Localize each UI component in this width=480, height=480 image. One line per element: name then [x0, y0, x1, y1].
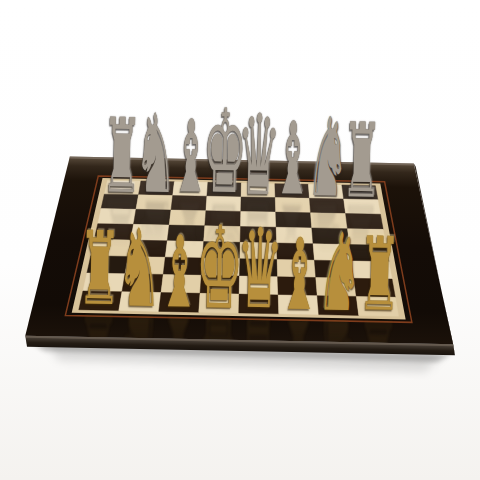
square-f2[interactable]: [277, 277, 317, 296]
square-h2[interactable]: [353, 278, 395, 297]
square-b1[interactable]: [119, 292, 161, 312]
square-g2[interactable]: [315, 278, 356, 297]
board-gloss-sheen: [91, 180, 389, 258]
square-a1[interactable]: [79, 291, 122, 311]
square-g1[interactable]: [317, 296, 359, 316]
square-d1[interactable]: [199, 293, 239, 313]
square-e1[interactable]: [239, 294, 279, 314]
square-d2[interactable]: [200, 275, 239, 294]
square-d3[interactable]: [201, 258, 239, 276]
square-e2[interactable]: [239, 276, 278, 295]
square-e3[interactable]: [239, 259, 277, 277]
square-a2[interactable]: [83, 273, 125, 292]
square-f1[interactable]: [278, 295, 319, 315]
square-c1[interactable]: [159, 292, 200, 312]
square-h1[interactable]: [356, 296, 399, 316]
square-a3[interactable]: [87, 256, 128, 274]
chess-board: [0, 0, 480, 480]
square-f3[interactable]: [277, 259, 316, 277]
board-tilt-group: ♜♞♝♚♛♝♞♜♜♞♝♚♛♝♞♜ ♜♞♝♚♛♝♞♜♜♞♝♚♛♝♞♜: [0, 0, 480, 480]
square-c2[interactable]: [161, 274, 201, 293]
square-b2[interactable]: [122, 274, 163, 293]
product-photo-scene: ♜♞♝♚♛♝♞♜♜♞♝♚♛♝♞♜ ♜♞♝♚♛♝♞♜♜♞♝♚♛♝♞♜: [0, 0, 480, 480]
square-g3[interactable]: [314, 260, 354, 278]
square-h3[interactable]: [351, 261, 392, 279]
square-b3[interactable]: [125, 256, 165, 274]
square-c3[interactable]: [163, 257, 202, 275]
